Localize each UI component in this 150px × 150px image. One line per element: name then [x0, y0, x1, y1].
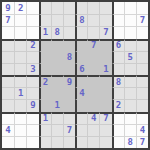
cell-r4c11[interactable] [124, 39, 136, 51]
cell-r11c4[interactable] [39, 124, 51, 136]
cell-r11c9[interactable] [99, 124, 111, 136]
cell-r10c6[interactable] [63, 112, 75, 124]
cell-r1c10[interactable] [112, 2, 124, 14]
cell-r12c4[interactable] [39, 136, 51, 148]
sudoku-board: 92787187276853612981491214747487 [0, 0, 150, 150]
cell-r2c7-given-8[interactable]: 8 [75, 14, 87, 26]
cell-r6c1[interactable] [2, 63, 14, 75]
cell-r12c2[interactable] [14, 136, 26, 148]
cell-r2c11[interactable] [124, 14, 136, 26]
cell-r10c1[interactable] [2, 112, 14, 124]
cell-r11c5[interactable] [51, 124, 63, 136]
cell-r8c12[interactable] [136, 87, 148, 99]
cell-r8c1[interactable] [2, 87, 14, 99]
cell-r11c7[interactable] [75, 124, 87, 136]
cell-r5c12[interactable] [136, 51, 148, 63]
cell-r1c3[interactable] [26, 2, 38, 14]
cell-r4c8-given-7[interactable]: 7 [87, 39, 99, 51]
cell-r3c6[interactable] [63, 26, 75, 38]
cell-r4c7[interactable] [75, 39, 87, 51]
cell-r5c6-given-8[interactable]: 8 [63, 51, 75, 63]
cell-r3c8[interactable] [87, 26, 99, 38]
cell-r3c9-given-7[interactable]: 7 [99, 26, 111, 38]
cell-r6c11[interactable] [124, 63, 136, 75]
cell-r3c1[interactable] [2, 26, 14, 38]
cell-r9c7[interactable] [75, 99, 87, 111]
cell-r2c6[interactable] [63, 14, 75, 26]
cell-r7c3[interactable] [26, 75, 38, 87]
cell-r2c5[interactable] [51, 14, 63, 26]
cell-r10c4-given-1[interactable]: 1 [39, 112, 51, 124]
cell-r9c1[interactable] [2, 99, 14, 111]
cell-r12c8[interactable] [87, 136, 99, 148]
cell-r11c12-given-4[interactable]: 4 [136, 124, 148, 136]
cell-r3c2[interactable] [14, 26, 26, 38]
cell-r6c10[interactable] [112, 63, 124, 75]
cell-r9c9[interactable] [99, 99, 111, 111]
cell-r4c10-given-6[interactable]: 6 [112, 39, 124, 51]
cell-r4c9[interactable] [99, 39, 111, 51]
cell-r11c8[interactable] [87, 124, 99, 136]
cell-r7c5[interactable] [51, 75, 63, 87]
cell-r7c12[interactable] [136, 75, 148, 87]
cell-r8c7-given-4[interactable]: 4 [75, 87, 87, 99]
cell-r6c7-given-6[interactable]: 6 [75, 63, 87, 75]
cell-r7c9[interactable] [99, 75, 111, 87]
cell-r8c8[interactable] [87, 87, 99, 99]
cell-r9c12[interactable] [136, 99, 148, 111]
cell-r1c12[interactable] [136, 2, 148, 14]
cell-r12c7[interactable] [75, 136, 87, 148]
cell-r1c4[interactable] [39, 2, 51, 14]
cell-r9c8[interactable] [87, 99, 99, 111]
cell-r2c12-given-7[interactable]: 7 [136, 14, 148, 26]
cell-r7c11[interactable] [124, 75, 136, 87]
cell-r2c1-given-7[interactable]: 7 [2, 14, 14, 26]
cell-r9c5-given-1[interactable]: 1 [51, 99, 63, 111]
cell-r10c11[interactable] [124, 112, 136, 124]
cell-r10c12[interactable] [136, 112, 148, 124]
cell-r3c3[interactable] [26, 26, 38, 38]
cell-r8c11[interactable] [124, 87, 136, 99]
cell-r6c3-given-3[interactable]: 3 [26, 63, 38, 75]
cell-r2c2[interactable] [14, 14, 26, 26]
cell-r9c10-given-2[interactable]: 2 [112, 99, 124, 111]
cell-r2c9[interactable] [99, 14, 111, 26]
cell-r10c5[interactable] [51, 112, 63, 124]
cell-r1c1-given-9[interactable]: 9 [2, 2, 14, 14]
cell-r1c7[interactable] [75, 2, 87, 14]
cell-r4c2[interactable] [14, 39, 26, 51]
cell-r6c6[interactable] [63, 63, 75, 75]
cell-r7c2[interactable] [14, 75, 26, 87]
cell-r5c2[interactable] [14, 51, 26, 63]
cell-r3c11[interactable] [124, 26, 136, 38]
cell-r4c5[interactable] [51, 39, 63, 51]
cell-r5c4[interactable] [39, 51, 51, 63]
cell-r1c8[interactable] [87, 2, 99, 14]
cell-r6c2[interactable] [14, 63, 26, 75]
cell-r11c11[interactable] [124, 124, 136, 136]
cell-r2c4[interactable] [39, 14, 51, 26]
cell-r11c2[interactable] [14, 124, 26, 136]
cell-r3c10[interactable] [112, 26, 124, 38]
cell-r5c11-given-5[interactable]: 5 [124, 51, 136, 63]
cell-r1c5[interactable] [51, 2, 63, 14]
cell-r11c1-given-4[interactable]: 4 [2, 124, 14, 136]
cell-r7c8[interactable] [87, 75, 99, 87]
cell-r4c6[interactable] [63, 39, 75, 51]
cell-r8c10[interactable] [112, 87, 124, 99]
cell-r12c11-given-8[interactable]: 8 [124, 136, 136, 148]
cell-r7c6-given-9[interactable]: 9 [63, 75, 75, 87]
cell-r6c12[interactable] [136, 63, 148, 75]
cell-r8c4[interactable] [39, 87, 51, 99]
cell-r1c9[interactable] [99, 2, 111, 14]
cell-r9c2[interactable] [14, 99, 26, 111]
cell-r5c1[interactable] [2, 51, 14, 63]
cell-r10c10[interactable] [112, 112, 124, 124]
cell-r1c6[interactable] [63, 2, 75, 14]
cell-r2c8[interactable] [87, 14, 99, 26]
cell-r5c3[interactable] [26, 51, 38, 63]
cell-r5c8[interactable] [87, 51, 99, 63]
cell-r3c12[interactable] [136, 26, 148, 38]
cell-r8c3[interactable] [26, 87, 38, 99]
cell-r11c3[interactable] [26, 124, 38, 136]
cell-r7c7[interactable] [75, 75, 87, 87]
cell-r8c9[interactable] [99, 87, 111, 99]
cell-r12c6[interactable] [63, 136, 75, 148]
cell-r5c5[interactable] [51, 51, 63, 63]
cell-r8c2-given-1[interactable]: 1 [14, 87, 26, 99]
cell-r11c10[interactable] [112, 124, 124, 136]
cell-r5c9[interactable] [99, 51, 111, 63]
cell-r12c9[interactable] [99, 136, 111, 148]
cell-r1c11[interactable] [124, 2, 136, 14]
cell-r10c7[interactable] [75, 112, 87, 124]
cell-r8c5[interactable] [51, 87, 63, 99]
cell-r6c9-given-1[interactable]: 1 [99, 63, 111, 75]
cell-r3c7[interactable] [75, 26, 87, 38]
cell-r8c6[interactable] [63, 87, 75, 99]
cell-r12c3[interactable] [26, 136, 38, 148]
cell-r4c4[interactable] [39, 39, 51, 51]
cell-r7c4-given-2[interactable]: 2 [39, 75, 51, 87]
cell-r12c10[interactable] [112, 136, 124, 148]
cell-r6c5[interactable] [51, 63, 63, 75]
cell-r6c4[interactable] [39, 63, 51, 75]
cell-r3c4-given-1[interactable]: 1 [39, 26, 51, 38]
cell-r5c10[interactable] [112, 51, 124, 63]
cell-r10c9-given-7[interactable]: 7 [99, 112, 111, 124]
cell-r10c8-given-4[interactable]: 4 [87, 112, 99, 124]
cell-r3c5-given-8[interactable]: 8 [51, 26, 63, 38]
cell-r7c1[interactable] [2, 75, 14, 87]
cell-r9c3-given-9[interactable]: 9 [26, 99, 38, 111]
cell-r2c10[interactable] [112, 14, 124, 26]
cell-r4c3-given-2[interactable]: 2 [26, 39, 38, 51]
cell-r12c12-given-7[interactable]: 7 [136, 136, 148, 148]
cell-r10c2[interactable] [14, 112, 26, 124]
cell-r10c3[interactable] [26, 112, 38, 124]
cell-r4c1[interactable] [2, 39, 14, 51]
cell-r2c3[interactable] [26, 14, 38, 26]
cell-r12c1[interactable] [2, 136, 14, 148]
cell-r5c7[interactable] [75, 51, 87, 63]
cell-r7c10-given-8[interactable]: 8 [112, 75, 124, 87]
cell-r11c6-given-7[interactable]: 7 [63, 124, 75, 136]
cell-r1c2-given-2[interactable]: 2 [14, 2, 26, 14]
cell-r12c5[interactable] [51, 136, 63, 148]
cell-r9c4[interactable] [39, 99, 51, 111]
cell-r9c11[interactable] [124, 99, 136, 111]
cell-r6c8[interactable] [87, 63, 99, 75]
cell-r4c12[interactable] [136, 39, 148, 51]
cell-r9c6[interactable] [63, 99, 75, 111]
